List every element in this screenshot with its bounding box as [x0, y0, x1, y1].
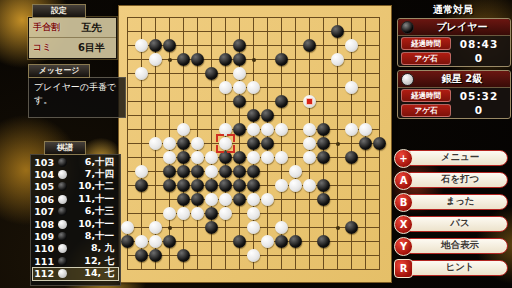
black-stone	[177, 249, 190, 262]
player-card-header: プレイヤー	[398, 19, 510, 36]
black-stone	[233, 95, 246, 108]
handicap-label: 手合割	[33, 21, 71, 34]
message-box: プレイヤーの手番です。	[28, 77, 126, 118]
white-stone	[135, 235, 148, 248]
black-stone	[163, 165, 176, 178]
white-stone	[275, 123, 288, 136]
black-stone	[247, 165, 260, 178]
move-number: 105	[33, 181, 54, 192]
elapsed-time-row: 経過時間 05:32	[398, 89, 510, 103]
button-label: ヒント	[412, 261, 508, 274]
white-stone	[303, 137, 316, 150]
white-stone	[359, 123, 372, 136]
white-stone	[247, 193, 260, 206]
kifu-move-row[interactable]: 1036,十四	[33, 156, 118, 168]
white-stone	[247, 249, 260, 262]
move-number: 108	[33, 219, 54, 230]
black-stone-icon	[401, 21, 414, 34]
white-stone	[303, 179, 316, 192]
black-stone	[303, 39, 316, 52]
move-number: 111	[33, 256, 54, 267]
player-name: プレイヤー	[414, 20, 510, 34]
black-stone	[233, 53, 246, 66]
move-coordinate: 10,十二	[70, 180, 118, 193]
move-number: 103	[33, 157, 54, 168]
black-stone	[191, 179, 204, 192]
black-stone-icon	[58, 158, 67, 167]
black-stone	[135, 179, 148, 192]
move-number: 107	[33, 206, 54, 217]
+-button-icon: +	[394, 149, 413, 168]
white-stone	[121, 221, 134, 234]
white-stone	[247, 151, 260, 164]
black-stone	[233, 235, 246, 248]
captures-value: 0	[451, 52, 507, 64]
button-place-stone[interactable]: 石を打つA	[394, 172, 512, 189]
white-stone	[233, 67, 246, 80]
black-stone	[317, 193, 330, 206]
elapsed-time-label: 経過時間	[401, 37, 451, 50]
white-stone	[247, 221, 260, 234]
move-number: 110	[33, 243, 54, 254]
elapsed-time-label: 経過時間	[401, 89, 451, 102]
black-stone	[331, 25, 344, 38]
black-stone	[219, 53, 232, 66]
black-stone	[205, 67, 218, 80]
move-coordinate: 10,十一	[70, 218, 118, 231]
black-stone-icon	[58, 207, 67, 216]
kifu-move-row[interactable]: 1098,十一	[33, 230, 118, 242]
white-stone-icon	[58, 244, 67, 253]
black-stone	[135, 249, 148, 262]
last-move-marker	[306, 98, 313, 105]
white-stone	[205, 165, 218, 178]
white-stone	[191, 207, 204, 220]
white-stone	[261, 235, 274, 248]
message-text: プレイヤーの手番です。	[34, 82, 116, 105]
white-stone	[219, 193, 232, 206]
black-stone	[247, 179, 260, 192]
black-stone	[121, 235, 134, 248]
black-stone	[163, 179, 176, 192]
black-stone	[191, 53, 204, 66]
white-stone	[289, 179, 302, 192]
star-point	[168, 226, 172, 230]
go-board[interactable]	[118, 5, 392, 283]
black-stone	[177, 165, 190, 178]
white-stone	[261, 193, 274, 206]
black-stone-icon	[58, 182, 67, 191]
black-stone-icon	[58, 257, 67, 266]
black-stone	[317, 123, 330, 136]
black-stone	[247, 137, 260, 150]
black-stone	[219, 165, 232, 178]
white-stone	[275, 151, 288, 164]
captures-value: 0	[451, 104, 507, 116]
move-coordinate: 8,十一	[70, 230, 118, 243]
black-stone	[345, 151, 358, 164]
black-stone	[233, 179, 246, 192]
white-stone	[331, 53, 344, 66]
settings-tab: 設定	[32, 4, 86, 18]
elapsed-time-value: 08:43	[451, 38, 507, 50]
move-number: 112	[33, 268, 54, 279]
kifu-move-list[interactable]: 1036,十四1047,十四10510,十二10611,十一1076,十三108…	[30, 154, 121, 286]
black-stone	[359, 137, 372, 150]
black-stone	[345, 221, 358, 234]
black-stone	[317, 235, 330, 248]
white-stone	[219, 207, 232, 220]
white-stone-icon	[58, 220, 67, 229]
player-card-white: 銀星 2級 経過時間 05:32 アゲ石 0	[397, 70, 511, 119]
white-stone	[177, 207, 190, 220]
elapsed-time-row: 経過時間 08:43	[398, 37, 510, 51]
button-hint[interactable]: ヒントR	[394, 260, 512, 277]
black-stone-icon	[58, 232, 67, 241]
black-stone	[177, 193, 190, 206]
white-stone	[233, 81, 246, 94]
move-number: 104	[33, 169, 54, 180]
black-stone	[233, 193, 246, 206]
black-stone	[261, 109, 274, 122]
black-stone	[317, 151, 330, 164]
cursor-bracket	[216, 134, 235, 153]
player-card-header: 銀星 2級	[398, 71, 510, 88]
Y-button-icon: Y	[394, 237, 413, 256]
button-territory[interactable]: 地合表示Y	[394, 238, 512, 255]
black-stone	[177, 53, 190, 66]
black-stone	[177, 137, 190, 150]
star-point	[336, 142, 340, 146]
kifu-tab: 棋譜	[44, 141, 86, 155]
white-stone	[135, 39, 148, 52]
white-stone-icon	[401, 73, 414, 86]
move-number: 109	[33, 231, 54, 242]
white-stone	[149, 221, 162, 234]
game-screen: 設定 手合割 互先 コミ 6目半 メッセージ プレイヤーの手番です。 棋譜 10…	[0, 0, 512, 288]
white-stone	[163, 151, 176, 164]
black-stone	[233, 39, 246, 52]
kifu-move-row[interactable]: 10810,十一	[33, 218, 118, 230]
kifu-move-row[interactable]: 1108, 九	[33, 243, 118, 255]
move-coordinate: 6,十三	[70, 205, 118, 218]
R-button-icon: R	[394, 259, 413, 278]
black-stone	[177, 151, 190, 164]
X-button-icon: X	[394, 215, 413, 234]
black-stone	[247, 109, 260, 122]
black-stone	[149, 249, 162, 262]
kifu-move-row[interactable]: 10510,十二	[33, 181, 118, 193]
settings-box: 手合割 互先 コミ 6目半	[28, 17, 117, 59]
move-coordinate: 11,十一	[70, 193, 118, 206]
white-stone	[345, 123, 358, 136]
B-button-icon: B	[394, 193, 413, 212]
move-number: 106	[33, 194, 54, 205]
black-stone	[191, 165, 204, 178]
kifu-move-row[interactable]: 10611,十一	[33, 193, 118, 205]
button-menu[interactable]: メニュー+	[394, 150, 512, 167]
opponent-name: 銀星 2級	[414, 72, 510, 86]
move-coordinate: 7,十四	[70, 168, 118, 181]
white-stone	[149, 235, 162, 248]
captures-label: アゲ石	[401, 104, 451, 117]
white-stone	[205, 193, 218, 206]
white-stone	[149, 53, 162, 66]
black-stone	[177, 179, 190, 192]
white-stone	[261, 151, 274, 164]
white-stone	[289, 165, 302, 178]
komi-label: コミ	[33, 41, 71, 54]
black-stone	[191, 193, 204, 206]
black-stone	[317, 179, 330, 192]
white-stone	[219, 81, 232, 94]
black-stone	[205, 179, 218, 192]
match-mode-title: 通常対局	[396, 3, 510, 17]
black-stone	[289, 235, 302, 248]
black-stone	[219, 179, 232, 192]
white-stone	[177, 123, 190, 136]
kifu-move-row[interactable]: 11112, 七	[33, 255, 118, 267]
white-stone	[345, 39, 358, 52]
white-stone	[247, 123, 260, 136]
elapsed-time-value: 05:32	[451, 90, 507, 102]
player-card-black: プレイヤー 経過時間 08:43 アゲ石 0	[397, 18, 511, 67]
black-stone	[233, 165, 246, 178]
black-stone	[275, 95, 288, 108]
move-coordinate: 12, 七	[70, 255, 118, 268]
move-coordinate: 8, 九	[70, 242, 118, 255]
star-point	[336, 226, 340, 230]
A-button-icon: A	[394, 171, 413, 190]
move-coordinate: 6,十四	[70, 156, 118, 169]
white-stone	[191, 151, 204, 164]
white-stone	[163, 137, 176, 150]
message-tab: メッセージ	[28, 64, 90, 78]
white-stone	[247, 81, 260, 94]
white-stone	[345, 81, 358, 94]
button-label: パス	[412, 217, 508, 230]
captures-row: アゲ石 0	[398, 51, 510, 65]
black-stone	[205, 207, 218, 220]
white-stone	[135, 67, 148, 80]
white-stone	[275, 221, 288, 234]
button-label: 石を打つ	[412, 173, 508, 186]
move-coordinate: 14, 七	[70, 267, 118, 280]
white-stone-icon	[58, 170, 67, 179]
white-stone-icon	[58, 269, 67, 278]
kifu-move-row[interactable]: 1047,十四	[33, 168, 118, 180]
white-stone	[135, 165, 148, 178]
star-point	[168, 58, 172, 62]
komi-row: コミ 6目半	[29, 37, 116, 57]
black-stone	[275, 235, 288, 248]
button-label: 地合表示	[412, 239, 508, 252]
white-stone	[149, 137, 162, 150]
white-stone	[303, 151, 316, 164]
white-stone	[261, 123, 274, 136]
black-stone	[149, 39, 162, 52]
black-stone	[275, 53, 288, 66]
star-point	[252, 58, 256, 62]
white-stone-icon	[58, 195, 67, 204]
white-stone	[163, 207, 176, 220]
button-pass[interactable]: パスX	[394, 216, 512, 233]
black-stone	[373, 137, 386, 150]
white-stone	[247, 207, 260, 220]
white-stone	[191, 137, 204, 150]
komi-value: 6目半	[71, 41, 112, 55]
captures-row: アゲ石 0	[398, 103, 510, 117]
white-stone	[275, 179, 288, 192]
captures-label: アゲ石	[401, 52, 451, 65]
kifu-move-row[interactable]: 1076,十三	[33, 206, 118, 218]
handicap-value: 互先	[71, 21, 112, 35]
black-stone	[163, 39, 176, 52]
black-stone	[163, 235, 176, 248]
button-label: まった	[412, 195, 508, 208]
handicap-row: 手合割 互先	[29, 18, 116, 37]
grid-line	[127, 269, 380, 270]
white-stone	[303, 123, 316, 136]
black-stone	[205, 221, 218, 234]
black-stone	[317, 137, 330, 150]
button-undo[interactable]: まったB	[394, 194, 512, 211]
button-label: メニュー	[412, 151, 508, 164]
black-stone	[261, 137, 274, 150]
kifu-move-row[interactable]: 11214, 七	[33, 268, 118, 280]
grid-line	[295, 17, 296, 270]
